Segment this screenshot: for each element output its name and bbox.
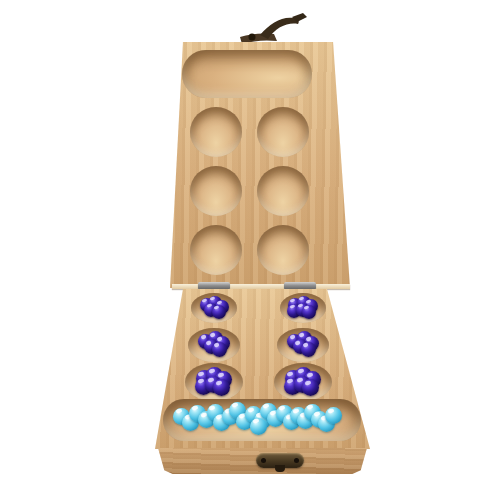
lid-pit-r3c1 [190, 225, 242, 275]
lid-pit-grid [182, 102, 316, 280]
cyan-bead [250, 418, 267, 435]
purple-bead [213, 379, 230, 396]
base-pit-r3c2 [274, 363, 332, 401]
latch-plate [256, 453, 304, 468]
lid-pit-r3c2 [257, 225, 309, 275]
latch-hook [275, 465, 285, 472]
base-pit-r3c1 [185, 363, 243, 401]
hinge-left [198, 282, 230, 290]
box-front-edge [158, 448, 367, 474]
base-board [155, 289, 370, 449]
lid-board [170, 42, 350, 288]
base-pit-r1c2 [280, 293, 326, 323]
lid-pit-r2c2 [257, 166, 309, 216]
hinge-right [284, 282, 316, 290]
purple-bead [302, 305, 316, 319]
lid-store-trough [182, 50, 312, 98]
purple-bead [301, 342, 316, 357]
purple-bead [302, 379, 319, 396]
cyan-bead [325, 407, 342, 424]
lid-pit-r1c2 [257, 107, 309, 157]
base-pit-grid [169, 289, 347, 401]
base-pit-r2c2 [277, 328, 329, 362]
base-store-trough [163, 399, 361, 441]
lid-pit-r2c1 [190, 166, 242, 216]
base-pit-r2c1 [188, 328, 240, 362]
purple-bead [212, 305, 226, 319]
purple-bead [212, 342, 227, 357]
lid-pit-r1c1 [190, 107, 242, 157]
base-pit-r1c1 [191, 293, 237, 323]
mancala-box-photo [0, 0, 500, 500]
